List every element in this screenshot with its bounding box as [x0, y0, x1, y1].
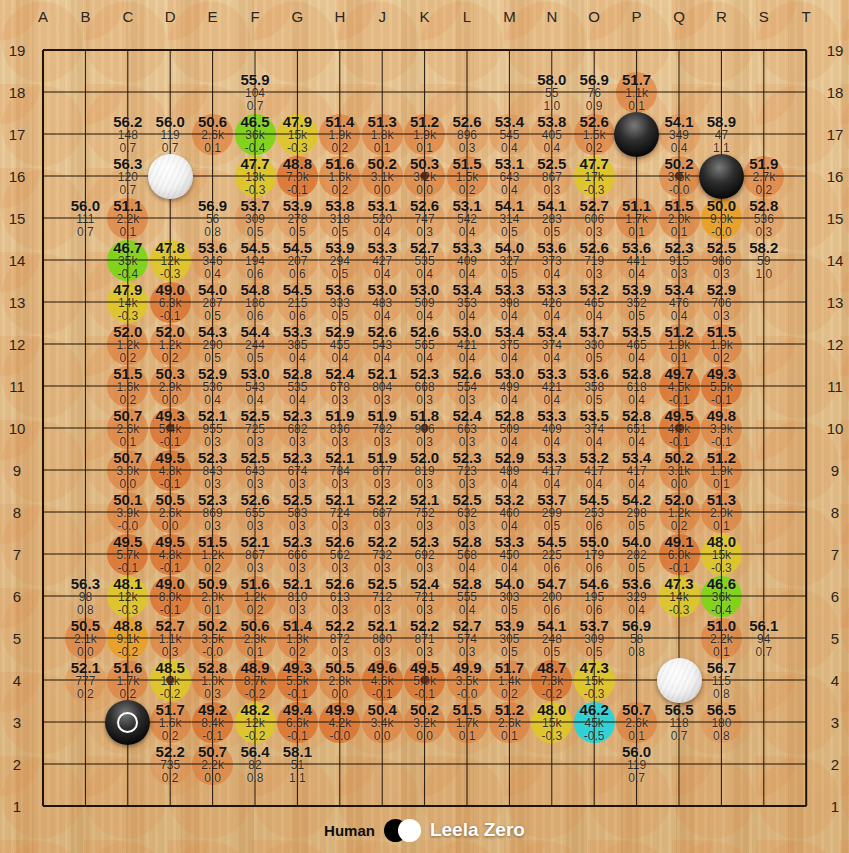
analysis-point-F18[interactable]: 55.91040.7	[226, 72, 284, 113]
column-label: C	[118, 8, 138, 25]
winrate: 52.9	[692, 282, 750, 297]
winrate: 48.0	[692, 534, 750, 549]
column-label: N	[542, 8, 562, 25]
analysis-point-R9[interactable]: 51.21.9k0.1	[692, 450, 750, 491]
score: 0.1	[692, 520, 750, 533]
row-label-left: 11	[4, 378, 30, 395]
winrate: 56.7	[692, 660, 750, 675]
row-label-left: 5	[4, 630, 30, 647]
row-label-left: 13	[4, 294, 30, 311]
row-label-right: 13	[822, 294, 848, 311]
star-point	[166, 172, 174, 180]
column-label: S	[754, 8, 774, 25]
analysis-point-R12[interactable]: 51.51.9k0.2	[692, 324, 750, 365]
column-label: E	[203, 8, 223, 25]
score: -0.1	[692, 436, 750, 449]
column-label: K	[415, 8, 435, 25]
winrate: 47.3	[565, 660, 623, 675]
row-label-right: 5	[822, 630, 848, 647]
column-label: D	[160, 8, 180, 25]
analysis-point-S15[interactable]: 52.85360.3	[735, 198, 793, 239]
score: -0.3	[565, 688, 623, 701]
score: 1.1	[692, 142, 750, 155]
score: -0.3	[692, 562, 750, 575]
row-label-right: 8	[822, 504, 848, 521]
row-label-left: 12	[4, 336, 30, 353]
score: 0.7	[735, 646, 793, 659]
analysis-label-layer: 55.91040.758.0551.056.9760.951.71.1k0.15…	[0, 0, 849, 853]
analysis-point-R8[interactable]: 51.32.0k0.1	[692, 492, 750, 533]
score: 0.8	[692, 730, 750, 743]
winrate: 56.5	[692, 702, 750, 717]
row-label-right: 7	[822, 546, 848, 563]
analysis-point-R6[interactable]: 46.636k-0.4	[692, 576, 750, 617]
row-label-left: 4	[4, 672, 30, 689]
analysis-point-R13[interactable]: 52.97060.3	[692, 282, 750, 323]
analysis-point-Q16[interactable]: 50.23.5k-0.0	[650, 156, 708, 197]
row-label-left: 15	[4, 210, 30, 227]
column-label: B	[75, 8, 95, 25]
column-label: Q	[669, 8, 689, 25]
row-label-left: 19	[4, 42, 30, 59]
winrate: 58.2	[735, 240, 793, 255]
analysis-point-P5[interactable]: 56.9580.8	[608, 618, 666, 659]
row-label-left: 18	[4, 84, 30, 101]
row-label-right: 18	[822, 84, 848, 101]
column-label: L	[457, 8, 477, 25]
score: 0.2	[735, 184, 793, 197]
analysis-point-R10[interactable]: 49.83.9k-0.1	[692, 408, 750, 449]
score: 0.2	[692, 352, 750, 365]
score: -0.4	[692, 604, 750, 617]
stone-pair-icon	[384, 819, 421, 842]
row-label-left: 3	[4, 714, 30, 731]
score: 0.3	[692, 310, 750, 323]
winrate: 49.8	[692, 408, 750, 423]
white-player-label: Leela Zero	[430, 819, 525, 841]
bottom-bar: Human Leela Zero	[0, 814, 849, 846]
column-label: M	[499, 8, 519, 25]
row-label-left: 17	[4, 126, 30, 143]
row-label-right: 3	[822, 714, 848, 731]
analysis-point-S14[interactable]: 58.2591.0	[735, 240, 793, 281]
winrate: 55.9	[226, 72, 284, 87]
score: -0.0	[650, 184, 708, 197]
column-label: J	[372, 8, 392, 25]
goban-app: 55.91040.758.0551.056.9760.951.71.1k0.15…	[0, 0, 849, 853]
score: 0.7	[226, 100, 284, 113]
winrate: 51.9	[735, 156, 793, 171]
row-label-right: 2	[822, 756, 848, 773]
winrate: 58.9	[692, 114, 750, 129]
score: 0.2	[565, 142, 623, 155]
winrate: 49.3	[692, 366, 750, 381]
analysis-point-S16[interactable]: 51.92.7k0.2	[735, 156, 793, 197]
winrate: 52.6	[565, 114, 623, 129]
analysis-point-R17[interactable]: 58.9471.1	[692, 114, 750, 155]
score: 0.1	[692, 478, 750, 491]
winrate: 51.7	[608, 72, 666, 87]
winrate: 51.1	[99, 198, 157, 213]
winrate: 56.1	[735, 618, 793, 633]
score: 1.0	[735, 268, 793, 281]
row-label-right: 16	[822, 168, 848, 185]
row-label-right: 17	[822, 126, 848, 143]
winrate: 46.6	[692, 576, 750, 591]
score: 0.1	[608, 100, 666, 113]
row-label-left: 16	[4, 168, 30, 185]
star-point	[675, 676, 683, 684]
analysis-point-C15[interactable]: 51.12.2k0.1	[99, 198, 157, 239]
column-label: F	[245, 8, 265, 25]
analysis-point-O17[interactable]: 52.61.5k0.2	[565, 114, 623, 155]
column-label: P	[627, 8, 647, 25]
winrate: 51.5	[692, 324, 750, 339]
winrate: 51.3	[692, 492, 750, 507]
analysis-point-C16[interactable]: 56.31200.7	[99, 156, 157, 197]
score: 1.1	[268, 772, 326, 785]
analysis-point-G2[interactable]: 58.1511.1	[268, 744, 326, 785]
row-label-right: 4	[822, 672, 848, 689]
column-label: H	[330, 8, 350, 25]
row-label-left: 2	[4, 756, 30, 773]
row-label-right: 9	[822, 462, 848, 479]
row-label-left: 1	[4, 798, 30, 815]
row-label-left: 14	[4, 252, 30, 269]
column-label: G	[287, 8, 307, 25]
row-label-left: 9	[4, 462, 30, 479]
analysis-point-S5[interactable]: 56.1940.7	[735, 618, 793, 659]
row-label-right: 19	[822, 42, 848, 59]
analysis-point-R11[interactable]: 49.35.5k-0.1	[692, 366, 750, 407]
row-label-left: 10	[4, 420, 30, 437]
analysis-point-R3[interactable]: 56.51800.8	[692, 702, 750, 743]
analysis-point-P2[interactable]: 56.01190.7	[608, 744, 666, 785]
analysis-point-O16[interactable]: 47.717k-0.3	[565, 156, 623, 197]
winrate: 50.2	[650, 156, 708, 171]
score: 0.8	[608, 646, 666, 659]
analysis-point-R4[interactable]: 56.71150.8	[692, 660, 750, 701]
column-label: O	[584, 8, 604, 25]
score: 0.1	[99, 226, 157, 239]
white-stone-icon	[398, 819, 421, 842]
analysis-point-O4[interactable]: 47.315k-0.3	[565, 660, 623, 701]
row-label-right: 6	[822, 588, 848, 605]
score: -0.1	[692, 394, 750, 407]
analysis-point-P18[interactable]: 51.71.1k0.1	[608, 72, 666, 113]
score: 0.7	[608, 772, 666, 785]
column-label: T	[796, 8, 816, 25]
row-label-left: 6	[4, 588, 30, 605]
row-label-right: 12	[822, 336, 848, 353]
row-label-right: 14	[822, 252, 848, 269]
black-stone-icon	[384, 819, 407, 842]
row-label-left: 8	[4, 504, 30, 521]
analysis-point-R7[interactable]: 48.015k-0.3	[692, 534, 750, 575]
winrate: 56.9	[608, 618, 666, 633]
score: 0.3	[735, 226, 793, 239]
score: 0.7	[99, 184, 157, 197]
winrate: 51.2	[692, 450, 750, 465]
row-label-left: 7	[4, 546, 30, 563]
black-player-label: Human	[324, 822, 375, 839]
row-label-right: 10	[822, 420, 848, 437]
score: -0.3	[565, 184, 623, 197]
winrate: 47.7	[565, 156, 623, 171]
winrate: 52.8	[735, 198, 793, 213]
row-label-right: 1	[822, 798, 848, 815]
last-move-marker-icon	[117, 712, 138, 733]
column-label: A	[33, 8, 53, 25]
row-label-right: 15	[822, 210, 848, 227]
winrate: 56.0	[608, 744, 666, 759]
winrate: 58.1	[268, 744, 326, 759]
score: 0.8	[692, 688, 750, 701]
column-label: R	[711, 8, 731, 25]
winrate: 56.3	[99, 156, 157, 171]
row-label-right: 11	[822, 378, 848, 395]
